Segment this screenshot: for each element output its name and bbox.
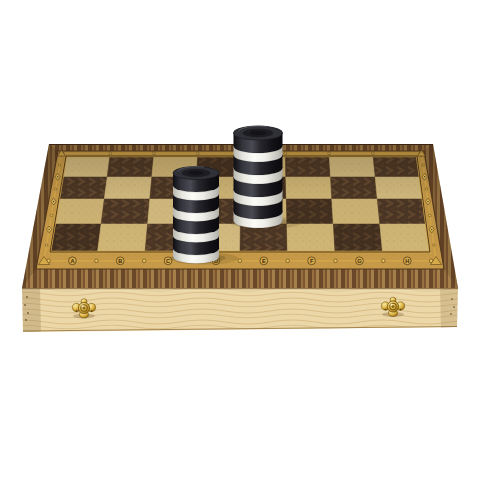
nail-dot — [453, 306, 455, 308]
nail-dot — [450, 313, 452, 315]
nail-dot — [451, 298, 453, 300]
nail-dot — [25, 319, 27, 321]
nail-dot — [26, 296, 28, 298]
nail-dot — [27, 312, 29, 314]
product-photo-checkers-box: ABCDEFGH — [0, 0, 480, 480]
checkers-box-scene: ABCDEFGH — [0, 0, 480, 480]
nail-dot — [24, 304, 26, 306]
